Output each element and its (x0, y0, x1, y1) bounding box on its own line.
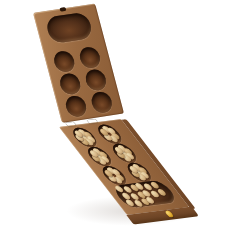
base-pit-4[interactable] (108, 143, 140, 164)
lid-pit-2[interactable] (77, 46, 102, 69)
base-pit-1[interactable] (69, 127, 101, 148)
lid-pit-1[interactable] (52, 50, 77, 73)
base-pit-2[interactable] (94, 123, 126, 144)
lid-pit-5[interactable] (64, 95, 89, 118)
lid-pit-6[interactable] (89, 91, 114, 114)
base-pit-6[interactable] (123, 162, 155, 183)
lid-pit-4[interactable] (83, 68, 108, 91)
hinge-icon (87, 119, 98, 124)
lid-store[interactable] (44, 12, 93, 45)
mancala-base-panel (59, 119, 189, 215)
mancala-board-photo (0, 0, 228, 228)
base-pit-3[interactable] (83, 146, 115, 167)
mancala-lid-panel (33, 3, 124, 122)
latch-hole (59, 7, 66, 12)
base-store[interactable] (111, 180, 179, 209)
base-pit-5[interactable] (98, 165, 130, 186)
hinge-icon (65, 122, 76, 127)
lid-pit-3[interactable] (58, 72, 83, 95)
